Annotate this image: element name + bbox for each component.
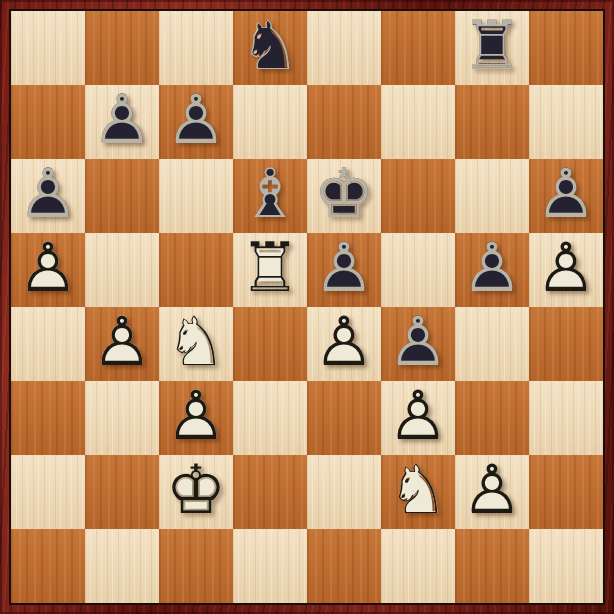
white-pawn[interactable]: ♟♙ [307,307,381,381]
square-d5[interactable]: ♜♖ [233,233,307,307]
square-h1[interactable] [529,529,603,603]
square-e5[interactable]: ♟♙ [307,233,381,307]
white-pawn[interactable]: ♟♙ [159,381,233,455]
square-g4[interactable] [455,307,529,381]
square-a3[interactable] [11,381,85,455]
piece-outline-glyph: ♙ [307,307,381,381]
white-pawn[interactable]: ♟♙ [85,307,159,381]
square-c7[interactable]: ♟♙ [159,85,233,159]
square-c2[interactable]: ♚♔ [159,455,233,529]
square-b5[interactable] [85,233,159,307]
square-e8[interactable] [307,11,381,85]
piece-outline-glyph: ♙ [11,233,85,307]
square-d8[interactable]: ♞♘ [233,11,307,85]
square-f7[interactable] [381,85,455,159]
square-d3[interactable] [233,381,307,455]
square-f4[interactable]: ♟♙ [381,307,455,381]
piece-outline-glyph: ♙ [455,455,529,529]
square-g1[interactable] [455,529,529,603]
square-d2[interactable] [233,455,307,529]
square-a2[interactable] [11,455,85,529]
piece-outline-glyph: ♙ [159,85,233,159]
white-pawn[interactable]: ♟♙ [381,381,455,455]
black-pawn[interactable]: ♟♙ [11,159,85,233]
piece-outline-glyph: ♙ [85,307,159,381]
square-a4[interactable] [11,307,85,381]
square-b1[interactable] [85,529,159,603]
square-a6[interactable]: ♟♙ [11,159,85,233]
square-b8[interactable] [85,11,159,85]
piece-outline-glyph: ♙ [529,233,603,307]
black-pawn[interactable]: ♟♙ [529,159,603,233]
black-bishop[interactable]: ♝♗ [233,159,307,233]
piece-outline-glyph: ♙ [381,307,455,381]
white-pawn[interactable]: ♟♙ [529,233,603,307]
square-h7[interactable] [529,85,603,159]
black-pawn[interactable]: ♟♙ [159,85,233,159]
black-knight[interactable]: ♞♘ [233,11,307,85]
square-d7[interactable] [233,85,307,159]
square-f1[interactable] [381,529,455,603]
square-e4[interactable]: ♟♙ [307,307,381,381]
black-rook[interactable]: ♜♖ [455,11,529,85]
black-pawn[interactable]: ♟♙ [381,307,455,381]
white-king[interactable]: ♚♔ [159,455,233,529]
square-c6[interactable] [159,159,233,233]
square-g2[interactable]: ♟♙ [455,455,529,529]
black-pawn[interactable]: ♟♙ [455,233,529,307]
square-h5[interactable]: ♟♙ [529,233,603,307]
piece-outline-glyph: ♙ [307,233,381,307]
square-a5[interactable]: ♟♙ [11,233,85,307]
piece-outline-glyph: ♘ [159,307,233,381]
square-c4[interactable]: ♞♘ [159,307,233,381]
piece-outline-glyph: ♖ [233,233,307,307]
piece-outline-glyph: ♙ [381,381,455,455]
piece-outline-glyph: ♙ [85,85,159,159]
square-a7[interactable] [11,85,85,159]
square-c8[interactable] [159,11,233,85]
white-knight[interactable]: ♞♘ [159,307,233,381]
square-b3[interactable] [85,381,159,455]
square-g5[interactable]: ♟♙ [455,233,529,307]
square-h2[interactable] [529,455,603,529]
square-h8[interactable] [529,11,603,85]
square-g7[interactable] [455,85,529,159]
square-d1[interactable] [233,529,307,603]
square-e7[interactable] [307,85,381,159]
board-frame: ♞♘♜♖♟♙♟♙♟♙♝♗♚♔♟♙♟♙♜♖♟♙♟♙♟♙♟♙♞♘♟♙♟♙♟♙♟♙♚♔… [0,0,614,614]
piece-outline-glyph: ♘ [381,455,455,529]
square-d4[interactable] [233,307,307,381]
chess-board: ♞♘♜♖♟♙♟♙♟♙♝♗♚♔♟♙♟♙♜♖♟♙♟♙♟♙♟♙♞♘♟♙♟♙♟♙♟♙♚♔… [9,9,605,605]
square-c3[interactable]: ♟♙ [159,381,233,455]
square-b4[interactable]: ♟♙ [85,307,159,381]
square-e2[interactable] [307,455,381,529]
piece-outline-glyph: ♙ [11,159,85,233]
square-h3[interactable] [529,381,603,455]
square-f3[interactable]: ♟♙ [381,381,455,455]
square-g3[interactable] [455,381,529,455]
piece-outline-glyph: ♙ [159,381,233,455]
square-c5[interactable] [159,233,233,307]
square-h4[interactable] [529,307,603,381]
piece-outline-glyph: ♔ [159,455,233,529]
square-g8[interactable]: ♜♖ [455,11,529,85]
white-knight[interactable]: ♞♘ [381,455,455,529]
square-f6[interactable] [381,159,455,233]
square-b2[interactable] [85,455,159,529]
square-b7[interactable]: ♟♙ [85,85,159,159]
piece-outline-glyph: ♗ [233,159,307,233]
white-rook[interactable]: ♜♖ [233,233,307,307]
square-h6[interactable]: ♟♙ [529,159,603,233]
white-pawn[interactable]: ♟♙ [455,455,529,529]
piece-outline-glyph: ♖ [455,11,529,85]
black-pawn[interactable]: ♟♙ [85,85,159,159]
square-f5[interactable] [381,233,455,307]
square-g6[interactable] [455,159,529,233]
square-e6[interactable]: ♚♔ [307,159,381,233]
square-a1[interactable] [11,529,85,603]
square-e1[interactable] [307,529,381,603]
white-pawn[interactable]: ♟♙ [11,233,85,307]
piece-outline-glyph: ♙ [529,159,603,233]
piece-outline-glyph: ♘ [233,11,307,85]
square-f2[interactable]: ♞♘ [381,455,455,529]
square-c1[interactable] [159,529,233,603]
piece-outline-glyph: ♙ [455,233,529,307]
square-b6[interactable] [85,159,159,233]
black-king[interactable]: ♚♔ [307,159,381,233]
square-f8[interactable] [381,11,455,85]
square-a8[interactable] [11,11,85,85]
square-e3[interactable] [307,381,381,455]
square-d6[interactable]: ♝♗ [233,159,307,233]
black-pawn[interactable]: ♟♙ [307,233,381,307]
piece-outline-glyph: ♔ [307,159,381,233]
